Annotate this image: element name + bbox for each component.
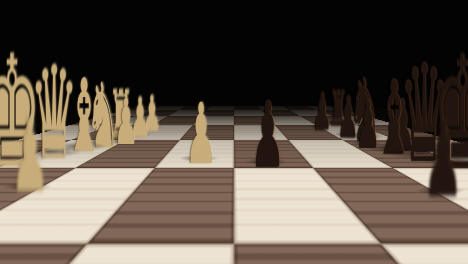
piece-white-pawn-f2[interactable]: ♟ (11, 105, 49, 207)
chess-video-frame: ♚♛♝♞♜♟♟♟♟♟♚♛♝♟♞♟♟♟♜♟♟ (0, 0, 468, 264)
piece-black-pawn-e5[interactable]: ♟ (251, 90, 285, 180)
chess-board: ♚♛♝♞♜♟♟♟♟♟♚♛♝♟♞♟♟♟♜♟♟ (0, 0, 468, 264)
piece-black-pawn-f7[interactable]: ♟ (423, 107, 463, 212)
piece-white-pawn-e4[interactable]: ♟ (185, 92, 217, 176)
piece-black-pawn-a7[interactable]: ♟ (312, 86, 331, 137)
pieces-layer: ♚♛♝♞♜♟♟♟♟♟♚♛♝♟♞♟♟♟♜♟♟ (0, 0, 468, 264)
